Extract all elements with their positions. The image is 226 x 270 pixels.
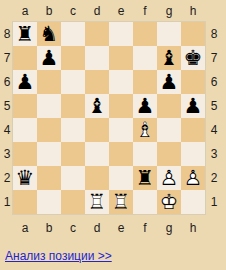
piece-white-rook: ♜♖ <box>109 190 133 214</box>
rank-label-6: 6 <box>209 70 219 94</box>
square-b7: ♟ <box>37 46 61 70</box>
square-f4: ♝♗ <box>133 118 157 142</box>
piece-black-bishop: ♝ <box>157 46 181 70</box>
rank-label-5: 5 <box>209 94 219 118</box>
file-label-e: e <box>109 3 133 19</box>
piece-black-rook: ♜ <box>13 22 37 46</box>
square-a5 <box>13 94 37 118</box>
square-g3 <box>157 142 181 166</box>
rank-labels-right: 87654321 <box>209 22 219 214</box>
piece-white-pawn: ♟♙ <box>157 166 181 190</box>
square-b5 <box>37 94 61 118</box>
square-c4 <box>61 118 85 142</box>
square-a2: ♛ <box>13 166 37 190</box>
square-e8 <box>109 22 133 46</box>
square-d2 <box>85 166 109 190</box>
square-e3 <box>109 142 133 166</box>
square-h4 <box>181 118 205 142</box>
square-b3 <box>37 142 61 166</box>
file-label-g: g <box>157 220 181 236</box>
rank-label-1: 1 <box>2 190 12 214</box>
rank-label-6: 6 <box>2 70 12 94</box>
rank-label-4: 4 <box>2 118 12 142</box>
square-e4 <box>109 118 133 142</box>
piece-black-king: ♚ <box>181 46 205 70</box>
square-a7 <box>13 46 37 70</box>
square-g5 <box>157 94 181 118</box>
square-g7: ♝ <box>157 46 181 70</box>
piece-black-bishop: ♝ <box>85 94 109 118</box>
rank-label-2: 2 <box>209 166 219 190</box>
piece-black-knight: ♞ <box>37 22 61 46</box>
square-h5: ♟ <box>181 94 205 118</box>
square-g1: ♚♔ <box>157 190 181 214</box>
rank-label-4: 4 <box>209 118 219 142</box>
file-label-e: e <box>109 220 133 236</box>
file-label-c: c <box>61 3 85 19</box>
square-a6: ♟ <box>13 70 37 94</box>
file-labels-bottom: abcdefgh <box>13 220 205 236</box>
square-c2 <box>61 166 85 190</box>
square-a8: ♜ <box>13 22 37 46</box>
piece-white-rook: ♜♖ <box>85 190 109 214</box>
file-label-f: f <box>133 3 157 19</box>
square-e5 <box>109 94 133 118</box>
board: ♜♞♟♝♚♟♟♝♟♟♝♗♛♜♟♙♟♙♜♖♜♖♚♔ <box>13 22 205 214</box>
piece-black-pawn: ♟ <box>181 94 205 118</box>
square-b1 <box>37 190 61 214</box>
square-d4 <box>85 118 109 142</box>
square-c8 <box>61 22 85 46</box>
square-g6: ♟ <box>157 70 181 94</box>
file-label-d: d <box>85 220 109 236</box>
piece-black-queen: ♛ <box>13 166 37 190</box>
square-h2: ♟♙ <box>181 166 205 190</box>
square-f2: ♜ <box>133 166 157 190</box>
rank-labels-left: 87654321 <box>2 22 12 214</box>
square-h8 <box>181 22 205 46</box>
file-label-b: b <box>37 3 61 19</box>
square-g2: ♟♙ <box>157 166 181 190</box>
rank-label-8: 8 <box>209 22 219 46</box>
square-e2 <box>109 166 133 190</box>
square-c6 <box>61 70 85 94</box>
rank-label-7: 7 <box>209 46 219 70</box>
file-label-g: g <box>157 3 181 19</box>
file-label-a: a <box>13 220 37 236</box>
square-d3 <box>85 142 109 166</box>
file-label-f: f <box>133 220 157 236</box>
square-c5 <box>61 94 85 118</box>
rank-label-8: 8 <box>2 22 12 46</box>
file-label-h: h <box>181 220 205 236</box>
file-label-c: c <box>61 220 85 236</box>
piece-black-pawn: ♟ <box>133 94 157 118</box>
square-d7 <box>85 46 109 70</box>
square-a4 <box>13 118 37 142</box>
rank-label-5: 5 <box>2 94 12 118</box>
file-label-b: b <box>37 220 61 236</box>
square-h7: ♚ <box>181 46 205 70</box>
square-h1 <box>181 190 205 214</box>
square-h3 <box>181 142 205 166</box>
square-f1 <box>133 190 157 214</box>
rank-label-2: 2 <box>2 166 12 190</box>
analysis-link[interactable]: Анализ позиции >> <box>5 249 112 263</box>
file-label-d: d <box>85 3 109 19</box>
square-c3 <box>61 142 85 166</box>
square-e1: ♜♖ <box>109 190 133 214</box>
piece-black-pawn: ♟ <box>37 46 61 70</box>
rank-label-3: 3 <box>2 142 12 166</box>
square-a1 <box>13 190 37 214</box>
square-f6 <box>133 70 157 94</box>
square-a3 <box>13 142 37 166</box>
square-f8 <box>133 22 157 46</box>
rank-label-7: 7 <box>2 46 12 70</box>
piece-white-king: ♚♔ <box>157 190 181 214</box>
piece-white-bishop: ♝♗ <box>133 118 157 142</box>
rank-label-1: 1 <box>209 190 219 214</box>
square-f5: ♟ <box>133 94 157 118</box>
file-labels-top: abcdefgh <box>13 3 205 19</box>
square-g8 <box>157 22 181 46</box>
rank-label-3: 3 <box>209 142 219 166</box>
square-d6 <box>85 70 109 94</box>
square-d5: ♝ <box>85 94 109 118</box>
square-c1 <box>61 190 85 214</box>
file-label-a: a <box>13 3 37 19</box>
square-b6 <box>37 70 61 94</box>
square-g4 <box>157 118 181 142</box>
square-c7 <box>61 46 85 70</box>
square-b2 <box>37 166 61 190</box>
piece-black-pawn: ♟ <box>157 70 181 94</box>
square-b8: ♞ <box>37 22 61 46</box>
square-f7 <box>133 46 157 70</box>
square-d8 <box>85 22 109 46</box>
file-label-h: h <box>181 3 205 19</box>
square-d1: ♜♖ <box>85 190 109 214</box>
piece-black-pawn: ♟ <box>13 70 37 94</box>
square-b4 <box>37 118 61 142</box>
square-e6 <box>109 70 133 94</box>
piece-black-rook: ♜ <box>133 166 157 190</box>
piece-white-pawn: ♟♙ <box>181 166 205 190</box>
square-f3 <box>133 142 157 166</box>
square-e7 <box>109 46 133 70</box>
square-h6 <box>181 70 205 94</box>
